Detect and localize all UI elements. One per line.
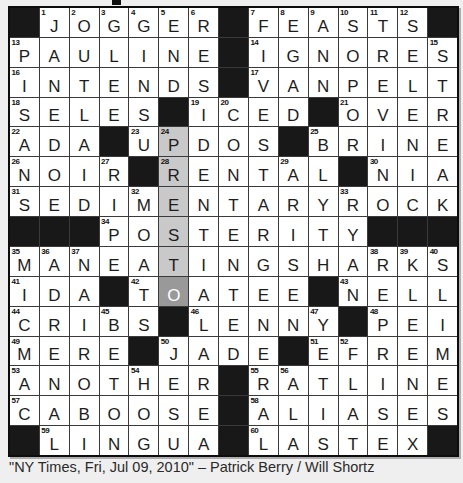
- cell-letter: R: [100, 166, 129, 185]
- cell-r6c5: [129, 157, 158, 186]
- cell-letter: N: [129, 77, 158, 96]
- cell-letter: E: [189, 166, 218, 185]
- cell-number: 32: [131, 187, 139, 196]
- cell-r4c7[interactable]: 19I: [189, 98, 218, 127]
- cell-r7c12[interactable]: 33R: [339, 187, 368, 216]
- cell-r2c12[interactable]: O: [339, 38, 368, 67]
- cell-letter: O: [368, 196, 397, 215]
- cell-r1c2[interactable]: 1J: [40, 8, 69, 37]
- cell-r9c10[interactable]: S: [279, 247, 308, 276]
- cell-r1c13[interactable]: 11T: [368, 8, 397, 37]
- cell-r11c7[interactable]: 46L: [189, 307, 218, 336]
- cell-r3c14[interactable]: L: [398, 68, 427, 97]
- cell-r11c4[interactable]: 45B: [100, 307, 129, 336]
- cell-r9c11[interactable]: H: [309, 247, 338, 276]
- cell-letter: S: [129, 316, 158, 335]
- cell-r9c12[interactable]: A: [339, 247, 368, 276]
- cell-r12c4[interactable]: E: [100, 337, 129, 366]
- cell-r13c10[interactable]: 56A: [279, 366, 308, 395]
- cell-r2c4[interactable]: L: [100, 38, 129, 67]
- cell-letter: G: [279, 47, 308, 66]
- cell-r7c10[interactable]: R: [279, 187, 308, 216]
- cell-r6c13[interactable]: 30N: [368, 157, 397, 186]
- cell-letter: P: [159, 136, 188, 155]
- cell-letter: N: [219, 166, 248, 185]
- cell-r15c11[interactable]: S: [309, 426, 338, 455]
- cell-r1c9[interactable]: 7F: [249, 8, 278, 37]
- cell-number: 12: [400, 8, 408, 17]
- cell-r2c3[interactable]: U: [70, 38, 99, 67]
- cell-letter: H: [129, 375, 158, 394]
- cell-letter: L: [279, 405, 308, 424]
- cell-r11c9[interactable]: N: [249, 307, 278, 336]
- cell-r12c1[interactable]: 49M: [10, 337, 39, 366]
- cell-r10c7[interactable]: A: [189, 277, 218, 306]
- cell-r4c10[interactable]: D: [279, 98, 308, 127]
- cell-r1c8: [219, 8, 248, 37]
- cell-r13c12[interactable]: L: [339, 366, 368, 395]
- cell-r11c5[interactable]: S: [129, 307, 158, 336]
- cell-r13c2[interactable]: N: [40, 366, 69, 395]
- cell-r10c3[interactable]: A: [70, 277, 99, 306]
- cell-letter: I: [70, 316, 99, 335]
- cell-letter: E: [100, 77, 129, 96]
- cell-r8c12[interactable]: Y: [339, 217, 368, 246]
- cell-r10c1[interactable]: 41I: [10, 277, 39, 306]
- cell-letter: E: [398, 47, 427, 66]
- cell-r4c5[interactable]: S: [129, 98, 158, 127]
- cell-r6c11[interactable]: L: [309, 157, 338, 186]
- cell-r9c13[interactable]: 38R: [368, 247, 397, 276]
- cell-r7c15[interactable]: K: [428, 187, 457, 216]
- cell-r5c11[interactable]: 25B: [309, 127, 338, 156]
- cell-r11c11[interactable]: 47Y: [309, 307, 338, 336]
- cell-r4c8[interactable]: 20C: [219, 98, 248, 127]
- cell-letter: L: [339, 375, 368, 394]
- cell-r6c8[interactable]: N: [219, 157, 248, 186]
- cell-number: 20: [221, 98, 229, 107]
- cell-r11c2[interactable]: R: [40, 307, 69, 336]
- cell-r6c1[interactable]: 26N: [10, 157, 39, 186]
- cell-r11c8[interactable]: E: [219, 307, 248, 336]
- cell-letter: R: [159, 166, 188, 185]
- cell-r1c12[interactable]: 10S: [339, 8, 368, 37]
- cell-r1c7[interactable]: 6R: [189, 8, 218, 37]
- cell-letter: T: [309, 375, 338, 394]
- cell-r8c7[interactable]: T: [189, 217, 218, 246]
- cell-letter: N: [398, 375, 427, 394]
- cell-r13c5[interactable]: 54H: [129, 366, 158, 395]
- cell-letter: N: [368, 166, 397, 185]
- cell-r12c13[interactable]: R: [368, 337, 397, 366]
- cell-r2c1[interactable]: 13P: [10, 38, 39, 67]
- cell-letter: O: [339, 47, 368, 66]
- cell-letter: A: [40, 405, 69, 424]
- cell-r1c11[interactable]: 9A: [309, 8, 338, 37]
- cell-r1c3[interactable]: 2O: [70, 8, 99, 37]
- cell-r14c12[interactable]: A: [339, 396, 368, 425]
- cell-r10c15[interactable]: L: [428, 277, 457, 306]
- cell-r12c9[interactable]: E: [249, 337, 278, 366]
- cell-r7c11[interactable]: Y: [309, 187, 338, 216]
- cell-letter: R: [189, 17, 218, 36]
- cell-r1c15: [428, 8, 457, 37]
- cell-letter: D: [40, 286, 69, 305]
- cell-r13c11[interactable]: T: [309, 366, 338, 395]
- cell-r15c5[interactable]: G: [129, 426, 158, 455]
- cell-r5c15[interactable]: E: [428, 127, 457, 156]
- cell-r3c9[interactable]: 17V: [249, 68, 278, 97]
- cell-r12c2[interactable]: E: [40, 337, 69, 366]
- cell-letter: E: [398, 345, 427, 364]
- cell-number: 9: [310, 8, 314, 17]
- cell-r12c6[interactable]: 50J: [159, 337, 188, 366]
- cell-r7c13[interactable]: O: [368, 187, 397, 216]
- cell-letter: S: [249, 136, 278, 155]
- cell-r7c14[interactable]: C: [398, 187, 427, 216]
- cell-letter: I: [428, 316, 457, 335]
- cell-r13c3[interactable]: O: [70, 366, 99, 395]
- cell-number: 22: [12, 127, 20, 136]
- cell-letter: T: [129, 286, 158, 305]
- cell-r12c7[interactable]: A: [189, 337, 218, 366]
- cell-r15c6[interactable]: U: [159, 426, 188, 455]
- cell-r4c14[interactable]: E: [398, 98, 427, 127]
- cell-r10c12[interactable]: 43N: [339, 277, 368, 306]
- cell-r15c10[interactable]: A: [279, 426, 308, 455]
- cell-letter: R: [279, 196, 308, 215]
- cell-r4c11: [309, 98, 338, 127]
- cell-r15c8: [219, 426, 248, 455]
- cell-r9c7[interactable]: I: [189, 247, 218, 276]
- cell-r4c2[interactable]: E: [40, 98, 69, 127]
- cell-r4c13[interactable]: V: [368, 98, 397, 127]
- cell-r14c3[interactable]: B: [70, 396, 99, 425]
- cell-r12c8[interactable]: D: [219, 337, 248, 366]
- cell-r13c14[interactable]: N: [398, 366, 427, 395]
- cell-r10c9[interactable]: E: [249, 277, 278, 306]
- cell-r2c8: [219, 38, 248, 67]
- cell-letter: L: [189, 316, 218, 335]
- cell-r3c15[interactable]: T: [428, 68, 457, 97]
- cell-number: 3: [101, 8, 105, 17]
- cell-r13c15[interactable]: E: [428, 366, 457, 395]
- cell-r2c7[interactable]: E: [189, 38, 218, 67]
- cell-r13c9[interactable]: 55R: [249, 366, 278, 395]
- cell-r9c9[interactable]: G: [249, 247, 278, 276]
- cell-number: 26: [12, 157, 20, 166]
- cell-r14c1[interactable]: 57C: [10, 396, 39, 425]
- cell-r7c3[interactable]: D: [70, 187, 99, 216]
- cell-r10c10[interactable]: E: [279, 277, 308, 306]
- cell-r12c3[interactable]: R: [70, 337, 99, 366]
- cell-r11c13[interactable]: 48P: [368, 307, 397, 336]
- cell-letter: N: [100, 435, 129, 454]
- cell-number: 38: [370, 247, 378, 256]
- cell-r15c3[interactable]: I: [70, 426, 99, 455]
- cell-r14c10[interactable]: L: [279, 396, 308, 425]
- cell-r11c15[interactable]: I: [428, 307, 457, 336]
- cell-letter: Y: [309, 316, 338, 335]
- cell-r13c4[interactable]: T: [100, 366, 129, 395]
- cell-r8c10[interactable]: I: [279, 217, 308, 246]
- cell-r10c5[interactable]: 42T: [129, 277, 158, 306]
- cell-number: 24: [161, 127, 169, 136]
- cell-r10c13[interactable]: E: [368, 277, 397, 306]
- cell-r2c13[interactable]: R: [368, 38, 397, 67]
- cell-r15c4[interactable]: N: [100, 426, 129, 455]
- cell-letter: M: [10, 256, 39, 275]
- cell-letter: E: [398, 106, 427, 125]
- cell-r5c12[interactable]: R: [339, 127, 368, 156]
- cell-letter: N: [279, 316, 308, 335]
- cell-number: 31: [12, 187, 20, 196]
- cell-r3c5[interactable]: N: [129, 68, 158, 97]
- cell-r7c5[interactable]: 32M: [129, 187, 158, 216]
- cell-r1c10[interactable]: 8E: [279, 8, 308, 37]
- cell-letter: E: [100, 256, 129, 275]
- cell-letter: E: [219, 316, 248, 335]
- cell-r5c14[interactable]: N: [398, 127, 427, 156]
- cell-letter: G: [129, 17, 158, 36]
- cell-r8c15: [428, 217, 457, 246]
- cell-letter: T: [428, 77, 457, 96]
- cell-r1c5[interactable]: 4G: [129, 8, 158, 37]
- cell-r5c13[interactable]: I: [368, 127, 397, 156]
- cell-r9c3[interactable]: 37N: [70, 247, 99, 276]
- cell-letter: I: [368, 136, 397, 155]
- cell-r6c15[interactable]: A: [428, 157, 457, 186]
- cell-r6c6[interactable]: 28R: [159, 157, 188, 186]
- cell-r7c9[interactable]: A: [249, 187, 278, 216]
- cell-r8c5[interactable]: O: [129, 217, 158, 246]
- cell-r11c1[interactable]: 44C: [10, 307, 39, 336]
- cell-r3c4[interactable]: E: [100, 68, 129, 97]
- cell-r15c13[interactable]: E: [368, 426, 397, 455]
- cell-r12c11[interactable]: 51E: [309, 337, 338, 366]
- cell-r6c14[interactable]: I: [398, 157, 427, 186]
- cell-letter: E: [368, 77, 397, 96]
- cell-r14c5[interactable]: O: [129, 396, 158, 425]
- cell-r14c14[interactable]: E: [398, 396, 427, 425]
- cell-letter: A: [189, 286, 218, 305]
- cell-r7c2[interactable]: E: [40, 187, 69, 216]
- cell-letter: N: [70, 256, 99, 275]
- cell-number: 43: [340, 277, 348, 286]
- cell-r14c7[interactable]: E: [189, 396, 218, 425]
- cell-r9c2[interactable]: 36A: [40, 247, 69, 276]
- cell-r3c10[interactable]: A: [279, 68, 308, 97]
- cell-r7c8[interactable]: T: [219, 187, 248, 216]
- cell-r10c6[interactable]: O: [159, 277, 188, 306]
- cell-r10c4: [100, 277, 129, 306]
- cell-r14c8: [219, 396, 248, 425]
- cell-r2c10[interactable]: G: [279, 38, 308, 67]
- cell-r4c3[interactable]: L: [70, 98, 99, 127]
- cell-letter: I: [189, 256, 218, 275]
- cell-r14c6[interactable]: S: [159, 396, 188, 425]
- cell-r12c15[interactable]: M: [428, 337, 457, 366]
- cell-r8c8[interactable]: E: [219, 217, 248, 246]
- cell-letter: N: [339, 286, 368, 305]
- cell-r13c1[interactable]: 53A: [10, 366, 39, 395]
- cell-letter: N: [159, 47, 188, 66]
- cell-r5c1[interactable]: 22A: [10, 127, 39, 156]
- cell-r2c5[interactable]: I: [129, 38, 158, 67]
- cell-r6c10[interactable]: 29A: [279, 157, 308, 186]
- cell-r4c12[interactable]: 21O: [339, 98, 368, 127]
- cell-r5c2[interactable]: D: [40, 127, 69, 156]
- cell-r9c1[interactable]: 35M: [10, 247, 39, 276]
- cell-r15c2[interactable]: 59L: [40, 426, 69, 455]
- cell-r15c7[interactable]: A: [189, 426, 218, 455]
- cell-r3c1[interactable]: 16I: [10, 68, 39, 97]
- cell-number: 48: [370, 307, 378, 316]
- cell-r14c15[interactable]: S: [428, 396, 457, 425]
- cell-r3c7[interactable]: S: [189, 68, 218, 97]
- cell-letter: Y: [309, 196, 338, 215]
- cell-letter: E: [309, 345, 338, 364]
- cell-r5c5[interactable]: 23U: [129, 127, 158, 156]
- cell-r10c8[interactable]: T: [219, 277, 248, 306]
- cell-r5c3[interactable]: A: [70, 127, 99, 156]
- cell-r11c3[interactable]: I: [70, 307, 99, 336]
- cell-number: 2: [71, 8, 75, 17]
- cell-r13c13[interactable]: I: [368, 366, 397, 395]
- cell-r4c1[interactable]: 18S: [10, 98, 39, 127]
- cell-r4c15[interactable]: R: [428, 98, 457, 127]
- cell-r13c6[interactable]: E: [159, 366, 188, 395]
- cell-number: 25: [310, 127, 318, 136]
- cell-letter: N: [249, 316, 278, 335]
- cell-r6c9[interactable]: T: [249, 157, 278, 186]
- cell-r8c4[interactable]: 34P: [100, 217, 129, 246]
- cell-r1c4[interactable]: 3G: [100, 8, 129, 37]
- cell-r2c2[interactable]: A: [40, 38, 69, 67]
- cell-r3c6[interactable]: D: [159, 68, 188, 97]
- cell-r8c9[interactable]: R: [249, 217, 278, 246]
- cell-letter: T: [70, 77, 99, 96]
- cell-r6c7[interactable]: E: [189, 157, 218, 186]
- cell-r8c3: [70, 217, 99, 246]
- cell-r11c10[interactable]: N: [279, 307, 308, 336]
- cell-r5c9[interactable]: S: [249, 127, 278, 156]
- cell-letter: E: [100, 106, 129, 125]
- cell-r3c11[interactable]: N: [309, 68, 338, 97]
- cell-number: 10: [340, 8, 348, 17]
- cell-letter: E: [249, 345, 278, 364]
- cell-letter: A: [279, 166, 308, 185]
- cell-r4c4[interactable]: E: [100, 98, 129, 127]
- cell-r15c12[interactable]: T: [339, 426, 368, 455]
- cell-r14c4[interactable]: O: [100, 396, 129, 425]
- cell-letter: G: [100, 17, 129, 36]
- cell-r9c14[interactable]: 39K: [398, 247, 427, 276]
- cell-r14c9[interactable]: 58A: [249, 396, 278, 425]
- cell-r15c9[interactable]: 60L: [249, 426, 278, 455]
- cell-r5c6[interactable]: 24P: [159, 127, 188, 156]
- cell-r14c11[interactable]: I: [309, 396, 338, 425]
- cell-r1c6[interactable]: 5E: [159, 8, 188, 37]
- cell-r3c12[interactable]: P: [339, 68, 368, 97]
- cell-letter: I: [368, 375, 397, 394]
- cell-number: 49: [12, 337, 20, 346]
- cell-r1c14[interactable]: 12S: [398, 8, 427, 37]
- cell-r13c7[interactable]: R: [189, 366, 218, 395]
- cell-number: 16: [12, 68, 20, 77]
- cell-r2c11[interactable]: N: [309, 38, 338, 67]
- cell-letter: J: [159, 345, 188, 364]
- cell-letter: E: [428, 136, 457, 155]
- cell-letter: A: [10, 375, 39, 394]
- cell-r8c11[interactable]: T: [309, 217, 338, 246]
- cell-r15c14[interactable]: X: [398, 426, 427, 455]
- cell-letter: N: [309, 47, 338, 66]
- cell-letter: L: [398, 77, 427, 96]
- cell-r2c6[interactable]: N: [159, 38, 188, 67]
- cell-r12c14[interactable]: E: [398, 337, 427, 366]
- cell-r14c13[interactable]: S: [368, 396, 397, 425]
- cell-r6c3[interactable]: I: [70, 157, 99, 186]
- cell-letter: O: [100, 405, 129, 424]
- cell-letter: F: [249, 17, 278, 36]
- cell-r12c12[interactable]: 52F: [339, 337, 368, 366]
- cell-letter: N: [40, 375, 69, 394]
- cell-r7c4[interactable]: I: [100, 187, 129, 216]
- cell-r5c7[interactable]: D: [189, 127, 218, 156]
- cell-r5c8[interactable]: O: [219, 127, 248, 156]
- cell-r7c1[interactable]: 31S: [10, 187, 39, 216]
- cell-r3c13[interactable]: E: [368, 68, 397, 97]
- cell-r14c2[interactable]: A: [40, 396, 69, 425]
- cell-r2c14[interactable]: E: [398, 38, 427, 67]
- cell-r3c3[interactable]: T: [70, 68, 99, 97]
- cell-r4c9[interactable]: E: [249, 98, 278, 127]
- cell-r2c9[interactable]: 14I: [249, 38, 278, 67]
- cell-r7c6[interactable]: E: [159, 187, 188, 216]
- cell-r2c15[interactable]: 15S: [428, 38, 457, 67]
- cell-number: 60: [250, 426, 258, 435]
- cell-letter: S: [10, 106, 39, 125]
- cell-r10c2[interactable]: D: [40, 277, 69, 306]
- cell-r3c2[interactable]: N: [40, 68, 69, 97]
- cell-r8c6[interactable]: S: [159, 217, 188, 246]
- cell-r9c4[interactable]: E: [100, 247, 129, 276]
- cell-number: 27: [101, 157, 109, 166]
- cell-r6c4[interactable]: 27R: [100, 157, 129, 186]
- cell-r9c15[interactable]: 40S: [428, 247, 457, 276]
- cell-number: 35: [12, 247, 20, 256]
- cell-number: 7: [250, 8, 254, 17]
- cell-letter: R: [40, 316, 69, 335]
- cell-letter: G: [249, 256, 278, 275]
- cell-r11c14[interactable]: E: [398, 307, 427, 336]
- cell-letter: A: [10, 136, 39, 155]
- cell-letter: J: [40, 17, 69, 36]
- cell-letter: A: [279, 77, 308, 96]
- cell-letter: M: [428, 345, 457, 364]
- cell-r9c6[interactable]: T: [159, 247, 188, 276]
- cell-r7c7[interactable]: N: [189, 187, 218, 216]
- cell-r6c2[interactable]: O: [40, 157, 69, 186]
- cell-r9c5[interactable]: A: [129, 247, 158, 276]
- cell-r9c8[interactable]: N: [219, 247, 248, 276]
- cell-letter: L: [40, 435, 69, 454]
- cell-number: 42: [131, 277, 139, 286]
- cell-r10c14[interactable]: L: [398, 277, 427, 306]
- cell-number: 45: [101, 307, 109, 316]
- cell-letter: E: [279, 286, 308, 305]
